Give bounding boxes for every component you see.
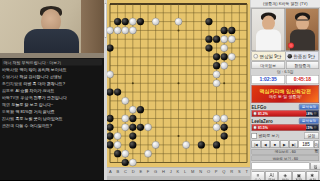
variation-label: 변화도 보기	[259, 133, 303, 139]
info-tabs: 대국정보 현장중계	[252, 62, 320, 70]
board-bottom-strip	[107, 176, 250, 180]
white-stone	[114, 141, 121, 148]
chat-message: 초단지망생좌변 흑 대마 괜찮나요?	[2, 81, 102, 87]
player-photos	[252, 8, 320, 51]
chat-send-button[interactable]: 입력	[311, 163, 320, 171]
black-stone-icon	[314, 112, 318, 116]
black-stone	[107, 115, 114, 122]
black-stone	[205, 44, 212, 51]
chat-message: 오목왕백 81%면 거의 끝났죠	[2, 109, 102, 115]
black-stone	[198, 141, 205, 148]
white-clock: 1:02:35	[252, 75, 285, 84]
nav-button-0[interactable]: |◀	[252, 140, 261, 148]
black-stone	[221, 27, 228, 34]
white-stone	[213, 71, 220, 78]
black-stone	[228, 27, 235, 34]
chat-message: 바둑TV팬우상귀 전투가 관건입니다	[2, 95, 102, 101]
coord-letter: A	[109, 168, 112, 177]
black-stone	[213, 36, 220, 43]
live-chat[interactable]: 매너 채팅 부탁드립니다 · 더보기 바둑사랑백이 많이 유리해 보이네요수담거…	[0, 58, 104, 180]
white-stone	[221, 44, 228, 51]
black-clock: 0:45:18	[286, 75, 319, 84]
left-column: 매너 채팅 부탁드립니다 · 더보기 바둑사랑백이 많이 유리해 보이네요수담거…	[0, 0, 104, 180]
black-stone-icon	[314, 126, 318, 130]
black-stone	[213, 141, 220, 148]
nav-button-3[interactable]: ▶	[280, 140, 289, 148]
white-stone	[144, 150, 151, 157]
black-stone	[129, 132, 136, 139]
coord-letter: R	[230, 168, 233, 177]
chat-message-list: 바둑사랑백이 많이 유리해 보이네요수담거사해설 감사합니다 선생님초단지망생좌…	[2, 67, 102, 129]
toolbar-변화[interactable]: ◈변화	[279, 172, 292, 181]
coord-letter: B	[116, 168, 119, 177]
chat-message: 김프로AI 승률 차이가 크네요	[2, 88, 102, 94]
black-winrate: 18.5%	[306, 126, 312, 130]
white-stone	[114, 27, 121, 34]
engine-elfgo: ELFGo분석설정81.2%18.8%	[252, 104, 320, 117]
tab-live-relay[interactable]: 현장중계	[286, 62, 319, 70]
black-stone	[114, 88, 121, 95]
coord-letter: O	[207, 168, 210, 177]
white-player-name: 변상일 9단	[252, 52, 286, 61]
white-player-photo	[252, 8, 286, 51]
coord-letter: H	[162, 168, 165, 177]
white-stone	[122, 27, 129, 34]
black-player-photo	[286, 8, 320, 51]
coord-letter: F	[147, 168, 149, 177]
black-winrate: 18.8%	[306, 112, 313, 116]
white-stone	[175, 18, 182, 25]
white-stone	[228, 36, 235, 43]
black-stone	[107, 124, 114, 131]
broadcast-title: (생중계) K바둑 열전 (TV)	[251, 0, 320, 8]
black-stone	[107, 44, 114, 51]
white-stone	[228, 53, 235, 60]
black-stone	[129, 115, 136, 122]
white-stone	[213, 115, 220, 122]
black-player-name: 한종진 9단	[285, 52, 319, 61]
coord-letter: N	[199, 168, 202, 177]
white-stone	[122, 150, 129, 157]
webcam-background-door	[81, 0, 104, 58]
white-stone-icon	[254, 54, 259, 59]
white-stone	[122, 97, 129, 104]
black-stone	[221, 53, 228, 60]
flower-badge-icon	[288, 43, 294, 49]
white-stone	[129, 18, 136, 25]
winrate-bar: 81.5%18.5%	[252, 124, 320, 131]
white-stone	[221, 115, 228, 122]
white-stone-icon	[253, 112, 257, 116]
engine-settings-button[interactable]: 분석설정	[299, 104, 319, 110]
engine-eval-section: ELFGo분석설정81.2%18.8%LeelaZero분석설정81.5%18.…	[251, 104, 320, 131]
black-stone	[213, 62, 220, 69]
coord-letter: L	[184, 168, 186, 177]
white-stone	[152, 141, 159, 148]
winrate-bar: 81.2%18.8%	[252, 110, 320, 117]
black-stone	[107, 141, 114, 148]
white-stone	[107, 71, 114, 78]
white-stone	[122, 115, 129, 122]
black-stone	[221, 132, 228, 139]
chat-message: 수담거사해설 감사합니다 선생님	[2, 74, 102, 80]
white-winrate: 81.2%	[258, 112, 268, 116]
white-stone	[129, 159, 136, 166]
white-stone	[221, 62, 228, 69]
nav-button-4[interactable]: ▶|	[289, 140, 298, 148]
white-winrate: 81.5%	[258, 126, 268, 130]
coord-letter: T	[245, 168, 247, 177]
white-stone	[213, 124, 220, 131]
go-to-move-button[interactable]: 이동	[314, 140, 319, 148]
black-stone	[137, 106, 144, 113]
black-stone	[122, 18, 129, 25]
chat-message: 혜연오늘도 잘 보고 갑니다~	[2, 102, 102, 108]
white-stone	[152, 18, 159, 25]
coord-letter: C	[124, 168, 127, 177]
coord-letter: S	[238, 168, 241, 177]
commentator-webcam	[0, 0, 104, 58]
variation-checkbox[interactable]	[252, 133, 258, 139]
variation-settings-button[interactable]: 설정	[304, 133, 319, 140]
white-stone	[144, 124, 151, 131]
coord-letter: D	[132, 168, 135, 177]
coord-letter: P	[215, 168, 218, 177]
black-stone	[129, 141, 136, 148]
black-stone	[221, 124, 228, 131]
coord-letter: Q	[222, 168, 225, 177]
black-stone-icon	[287, 54, 292, 59]
white-stone	[122, 124, 129, 131]
nav-button-1[interactable]: ◀	[261, 140, 270, 148]
move-counter[interactable]: 185	[299, 140, 314, 148]
coord-letter: K	[177, 168, 180, 177]
engine-name: ELFGo	[252, 105, 267, 110]
chat-input-row: 입력	[252, 163, 320, 171]
white-stone	[221, 36, 228, 43]
variation-ribbon: 변화도 보기 - 60	[252, 156, 320, 162]
main-board-ribbon: 메인보드 - 60	[252, 149, 320, 155]
engine-leelazero: LeelaZero분석설정81.5%18.5%	[252, 118, 320, 131]
go-board[interactable]	[107, 0, 250, 167]
white-stone	[183, 141, 190, 148]
coord-letter: G	[154, 168, 157, 177]
engine-name: LeelaZero	[252, 119, 273, 124]
toolbar-수순[interactable]: ≡수순	[252, 172, 265, 181]
bottom-toolbar: ≡수순AI분석◈변화▣저장✱설정	[252, 172, 320, 181]
chat-message: 바둑사랑백이 많이 유리해 보이네요	[2, 67, 102, 73]
go-board-panel: ABCDEFGHJKLMNOPQRST	[107, 0, 250, 180]
player-names: 변상일 9단 한종진 9단	[252, 52, 320, 61]
chat-message: 관전객다음 수 어디일까요?	[2, 123, 102, 129]
move-navigation: |◀◀■▶▶|185이동	[252, 140, 320, 148]
white-stone	[213, 80, 220, 87]
engine-settings-button[interactable]: 분석설정	[299, 118, 319, 124]
board-coordinates: ABCDEFGHJKLMNOPQRST	[107, 167, 250, 176]
nav-button-2[interactable]: ■	[270, 140, 279, 148]
coord-letter: M	[191, 168, 194, 177]
black-stone	[213, 53, 220, 60]
white-stone	[107, 27, 114, 34]
white-stone	[114, 132, 121, 139]
toolbar-설정[interactable]: ✱설정	[306, 172, 319, 181]
coord-letter: J	[170, 168, 172, 177]
ad-banner[interactable]: 맥심커피배 입신최강전 매주 토·일 생중계!	[252, 85, 320, 103]
black-stone	[137, 18, 144, 25]
chat-message: 진사범흑도 노릴 곳이 남아있어요	[2, 116, 102, 122]
tab-game-info[interactable]: 대국정보	[252, 62, 285, 70]
white-stone	[129, 27, 136, 34]
black-stone	[107, 132, 114, 139]
broadcast-screen: 매너 채팅 부탁드립니다 · 더보기 바둑사랑백이 많이 유리해 보이네요수담거…	[0, 0, 320, 180]
white-stone-icon	[253, 126, 257, 130]
variation-row: 변화도 보기 설정	[252, 133, 320, 140]
info-panel: (생중계) K바둑 열전 (TV) 변상일 9단 한종진	[250, 0, 320, 180]
clock-row: 1:02:35 0:45:18	[252, 75, 320, 84]
black-stone	[107, 88, 114, 95]
toolbar-분석[interactable]: AI분석	[265, 172, 278, 181]
white-stone	[129, 106, 136, 113]
black-stone	[205, 18, 212, 25]
black-stone	[122, 159, 129, 166]
black-stone	[137, 124, 144, 131]
coord-letter: E	[139, 168, 142, 177]
chat-input[interactable]	[252, 163, 310, 171]
black-stone	[205, 36, 212, 43]
black-stone	[114, 18, 121, 25]
chat-pinned-message[interactable]: 매너 채팅 부탁드립니다 · 더보기	[2, 59, 102, 66]
black-stone	[129, 124, 136, 131]
toolbar-저장[interactable]: ▣저장	[292, 172, 305, 181]
black-stone	[114, 150, 121, 157]
